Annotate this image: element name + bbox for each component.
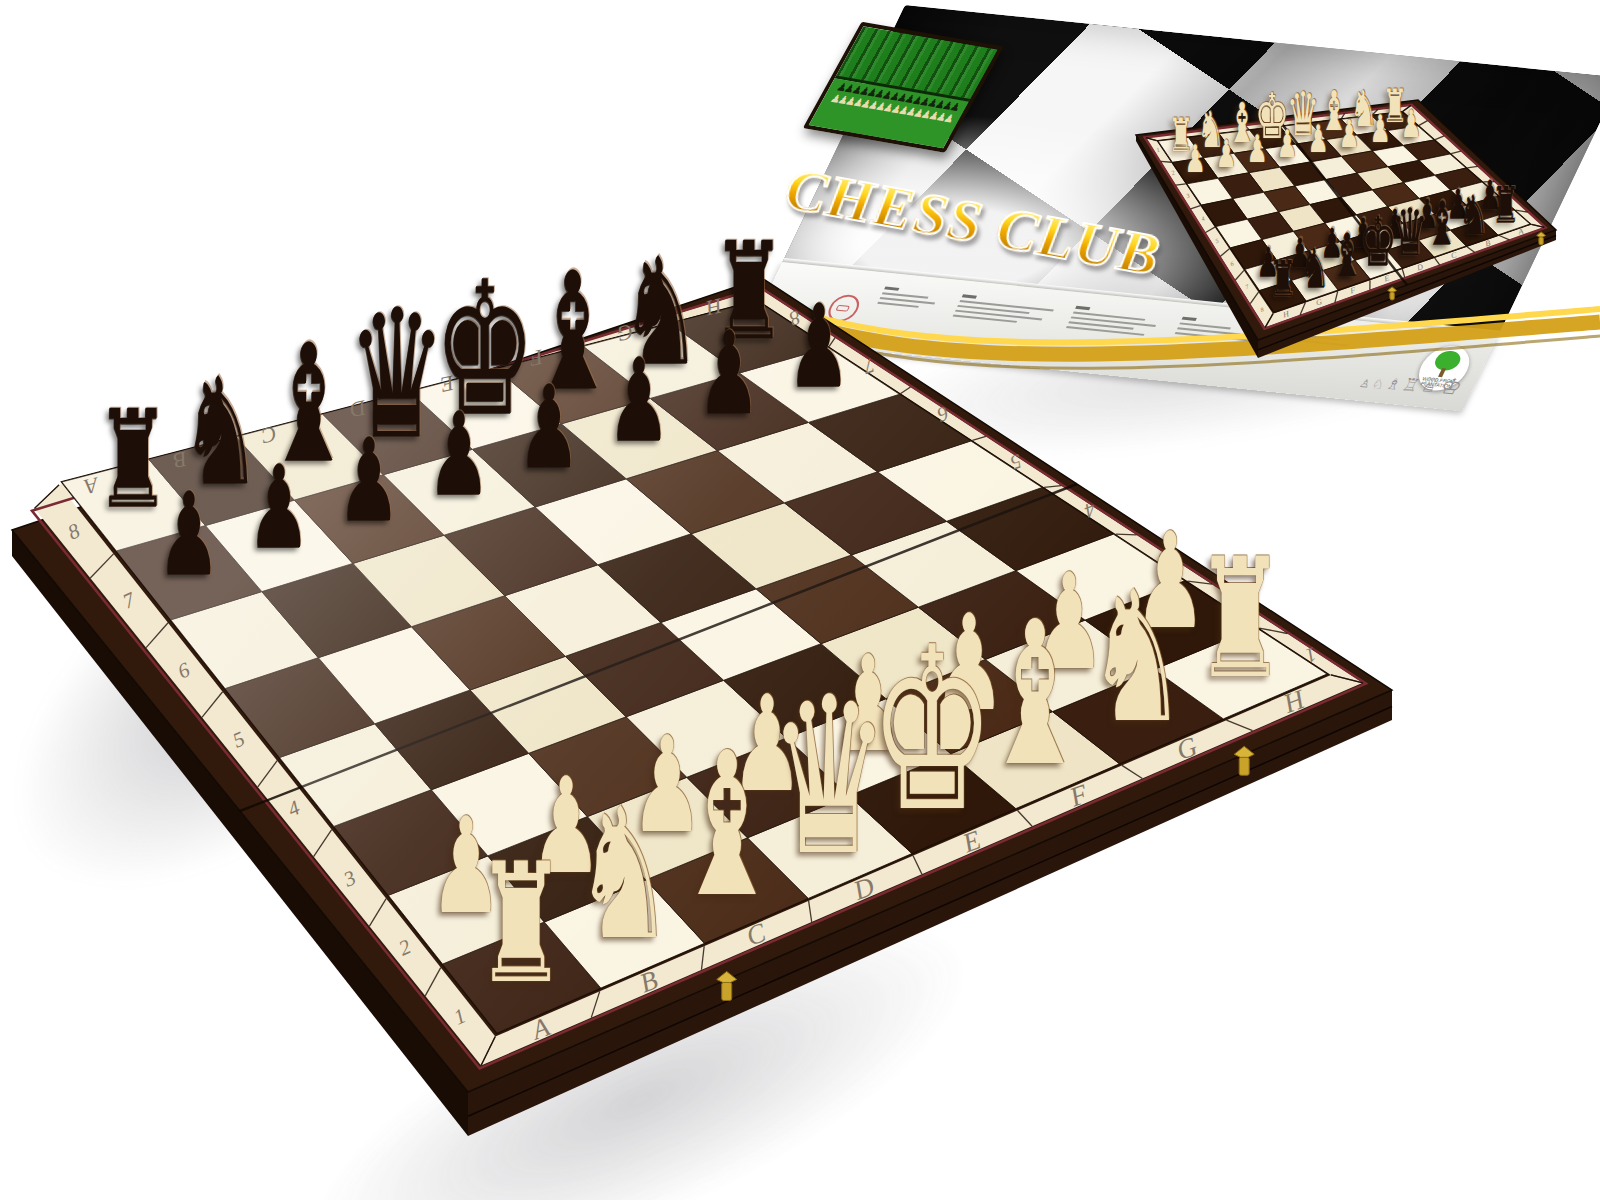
main-board <box>12 278 1392 1136</box>
main-board-glare <box>62 301 1327 1033</box>
main-board-strip-sep <box>1116 534 1137 535</box>
main-board-strip-sep <box>669 316 670 323</box>
product-photo: ♟♟♟♟♟♟♟♟♟♟♟♟♟♟♟♟ ♟♟♟♟♟♟♟♟♟♟♟♟♟♟♟♟ WOOD F… <box>0 0 1600 1200</box>
box-mini-board-strip-sep <box>1311 118 1312 123</box>
box-mini-board-strip-sep <box>1161 161 1171 162</box>
box-mini-board-strip-sep <box>1499 196 1511 197</box>
